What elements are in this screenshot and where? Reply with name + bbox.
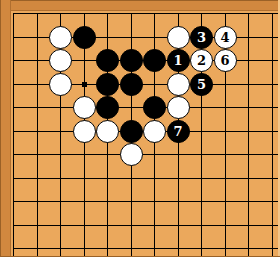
grid-line-horizontal xyxy=(13,201,280,202)
stone-black xyxy=(73,26,96,49)
stone-black-move-1: 1 xyxy=(167,49,190,72)
stone-black-move-5: 5 xyxy=(190,73,213,96)
hoshi-point xyxy=(82,82,87,87)
grid-line-horizontal xyxy=(13,13,280,14)
stone-black xyxy=(143,96,166,119)
go-board[interactable]: 1263457 xyxy=(0,0,280,257)
stone-white xyxy=(49,26,72,49)
stone-white-move-4: 4 xyxy=(214,26,237,49)
stone-white xyxy=(143,120,166,143)
stone-white xyxy=(167,73,190,96)
grid-line-vertical xyxy=(37,13,38,257)
stone-white xyxy=(73,96,96,119)
stone-black xyxy=(143,49,166,72)
board-edge-highlight xyxy=(278,0,280,257)
stone-black xyxy=(96,96,119,119)
grid-line-horizontal xyxy=(13,225,280,226)
go-board-diagram: 1263457 xyxy=(0,0,280,257)
stone-white xyxy=(49,49,72,72)
stone-white-move-2: 2 xyxy=(190,49,213,72)
stone-white xyxy=(120,143,143,166)
stone-white xyxy=(96,120,119,143)
grid-line-horizontal xyxy=(13,248,280,249)
stone-white-move-6: 6 xyxy=(214,49,237,72)
grid-line-horizontal xyxy=(13,178,280,179)
grid-line-horizontal xyxy=(13,154,280,155)
stone-white xyxy=(49,73,72,96)
grid-line-vertical xyxy=(13,13,14,257)
stone-black-move-7: 7 xyxy=(167,120,190,143)
stone-white xyxy=(167,96,190,119)
stone-black-move-3: 3 xyxy=(190,26,213,49)
stone-white xyxy=(167,26,190,49)
stone-black xyxy=(96,73,119,96)
stone-white xyxy=(73,120,96,143)
grid-line-vertical xyxy=(272,13,273,257)
stone-black xyxy=(120,73,143,96)
grid-line-vertical xyxy=(248,13,249,257)
stone-black xyxy=(120,120,143,143)
stone-black xyxy=(120,49,143,72)
stone-black xyxy=(96,49,119,72)
